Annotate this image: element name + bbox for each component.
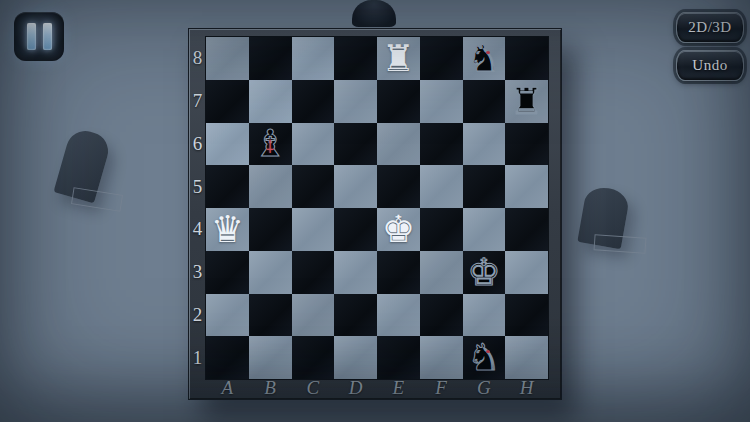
square-e5[interactable] [377, 165, 420, 208]
file-label-h: H [505, 377, 548, 399]
rank-label-5: 5 [189, 165, 206, 208]
fallen-piece-right-icon [580, 188, 650, 254]
square-g5[interactable] [463, 165, 506, 208]
square-d4[interactable] [334, 208, 377, 251]
square-f5[interactable] [420, 165, 463, 208]
square-d2[interactable] [334, 294, 377, 337]
square-d8[interactable] [334, 37, 377, 80]
fallen-piece-left-icon [52, 131, 130, 211]
square-h7[interactable]: ♜ [505, 80, 548, 123]
square-b3[interactable] [249, 251, 292, 294]
rank-label-7: 7 [189, 80, 206, 123]
square-b1[interactable] [249, 336, 292, 379]
rank-label-6: 6 [189, 123, 206, 166]
square-e3[interactable] [377, 251, 420, 294]
captured-piece-top-icon [352, 0, 396, 27]
square-d1[interactable] [334, 336, 377, 379]
square-h1[interactable] [505, 336, 548, 379]
game-scene: 87654321 ♜♞♜♝†♛♚♚♞ ABCDEFGH 2D/3D Undo [0, 0, 750, 422]
fallen-piece-base [594, 234, 647, 254]
square-d6[interactable] [334, 123, 377, 166]
white-king[interactable]: ♚ [382, 211, 415, 248]
pause-icon [27, 23, 36, 50]
pause-button[interactable] [14, 12, 64, 61]
square-h8[interactable] [505, 37, 548, 80]
square-a2[interactable] [206, 294, 249, 337]
file-label-c: C [292, 377, 335, 399]
file-labels: ABCDEFGH [206, 377, 548, 398]
square-f1[interactable] [420, 336, 463, 379]
square-a1[interactable] [206, 336, 249, 379]
black-knight[interactable]: ♞ [467, 339, 500, 376]
square-g4[interactable] [463, 208, 506, 251]
file-label-d: D [334, 377, 377, 399]
square-a8[interactable] [206, 37, 249, 80]
square-c4[interactable] [292, 208, 335, 251]
square-a6[interactable] [206, 123, 249, 166]
white-rook[interactable]: ♜ [382, 40, 415, 77]
square-g7[interactable] [463, 80, 506, 123]
square-g6[interactable] [463, 123, 506, 166]
square-f7[interactable] [420, 80, 463, 123]
square-d5[interactable] [334, 165, 377, 208]
square-f3[interactable] [420, 251, 463, 294]
square-b4[interactable] [249, 208, 292, 251]
square-c8[interactable] [292, 37, 335, 80]
rank-label-1: 1 [189, 336, 206, 379]
square-a5[interactable] [206, 165, 249, 208]
square-h2[interactable] [505, 294, 548, 337]
square-h6[interactable] [505, 123, 548, 166]
square-b5[interactable] [249, 165, 292, 208]
square-c7[interactable] [292, 80, 335, 123]
square-c3[interactable] [292, 251, 335, 294]
square-e4[interactable]: ♚ [377, 208, 420, 251]
square-c6[interactable] [292, 123, 335, 166]
file-label-f: F [420, 377, 463, 399]
square-h5[interactable] [505, 165, 548, 208]
square-a7[interactable] [206, 80, 249, 123]
square-b6[interactable]: ♝† [249, 123, 292, 166]
square-e7[interactable] [377, 80, 420, 123]
view-toggle-button[interactable]: 2D/3D [676, 12, 744, 43]
file-label-e: E [377, 377, 420, 399]
square-f6[interactable] [420, 123, 463, 166]
rank-label-3: 3 [189, 251, 206, 294]
square-c2[interactable] [292, 294, 335, 337]
square-b2[interactable] [249, 294, 292, 337]
file-label-g: G [463, 377, 506, 399]
red-cross-accent-icon: † [266, 138, 274, 153]
square-g2[interactable] [463, 294, 506, 337]
square-g3[interactable]: ♚ [463, 251, 506, 294]
rank-label-4: 4 [189, 208, 206, 251]
black-knight[interactable]: ♞ [467, 40, 500, 77]
square-c5[interactable] [292, 165, 335, 208]
square-f2[interactable] [420, 294, 463, 337]
square-h4[interactable] [505, 208, 548, 251]
black-rook[interactable]: ♜ [510, 83, 543, 120]
undo-button[interactable]: Undo [676, 50, 744, 81]
square-c1[interactable] [292, 336, 335, 379]
square-g1[interactable]: ♞ [463, 336, 506, 379]
square-g8[interactable]: ♞ [463, 37, 506, 80]
black-king[interactable]: ♚ [467, 254, 500, 291]
board-grid: ♜♞♜♝†♛♚♚♞ [206, 37, 548, 379]
square-a3[interactable] [206, 251, 249, 294]
rank-label-8: 8 [189, 37, 206, 80]
square-b7[interactable] [249, 80, 292, 123]
red-eye-accent-icon [486, 350, 490, 353]
square-e1[interactable] [377, 336, 420, 379]
file-label-b: B [249, 377, 292, 399]
square-h3[interactable] [505, 251, 548, 294]
square-f8[interactable] [420, 37, 463, 80]
square-e6[interactable] [377, 123, 420, 166]
square-d7[interactable] [334, 80, 377, 123]
square-d3[interactable] [334, 251, 377, 294]
fallen-piece-base [71, 187, 123, 212]
black-bishop[interactable]: ♝† [254, 125, 287, 162]
pause-icon [43, 23, 52, 50]
rank-labels: 87654321 [189, 37, 206, 379]
chess-board: 87654321 ♜♞♜♝†♛♚♚♞ ABCDEFGH [188, 28, 562, 400]
square-e2[interactable] [377, 294, 420, 337]
square-a4[interactable]: ♛ [206, 208, 249, 251]
square-f4[interactable] [420, 208, 463, 251]
white-queen[interactable]: ♛ [211, 211, 244, 248]
file-label-a: A [206, 377, 249, 399]
rank-label-2: 2 [189, 294, 206, 337]
red-eye-accent-icon [486, 51, 490, 54]
square-e8[interactable]: ♜ [377, 37, 420, 80]
square-b8[interactable] [249, 37, 292, 80]
